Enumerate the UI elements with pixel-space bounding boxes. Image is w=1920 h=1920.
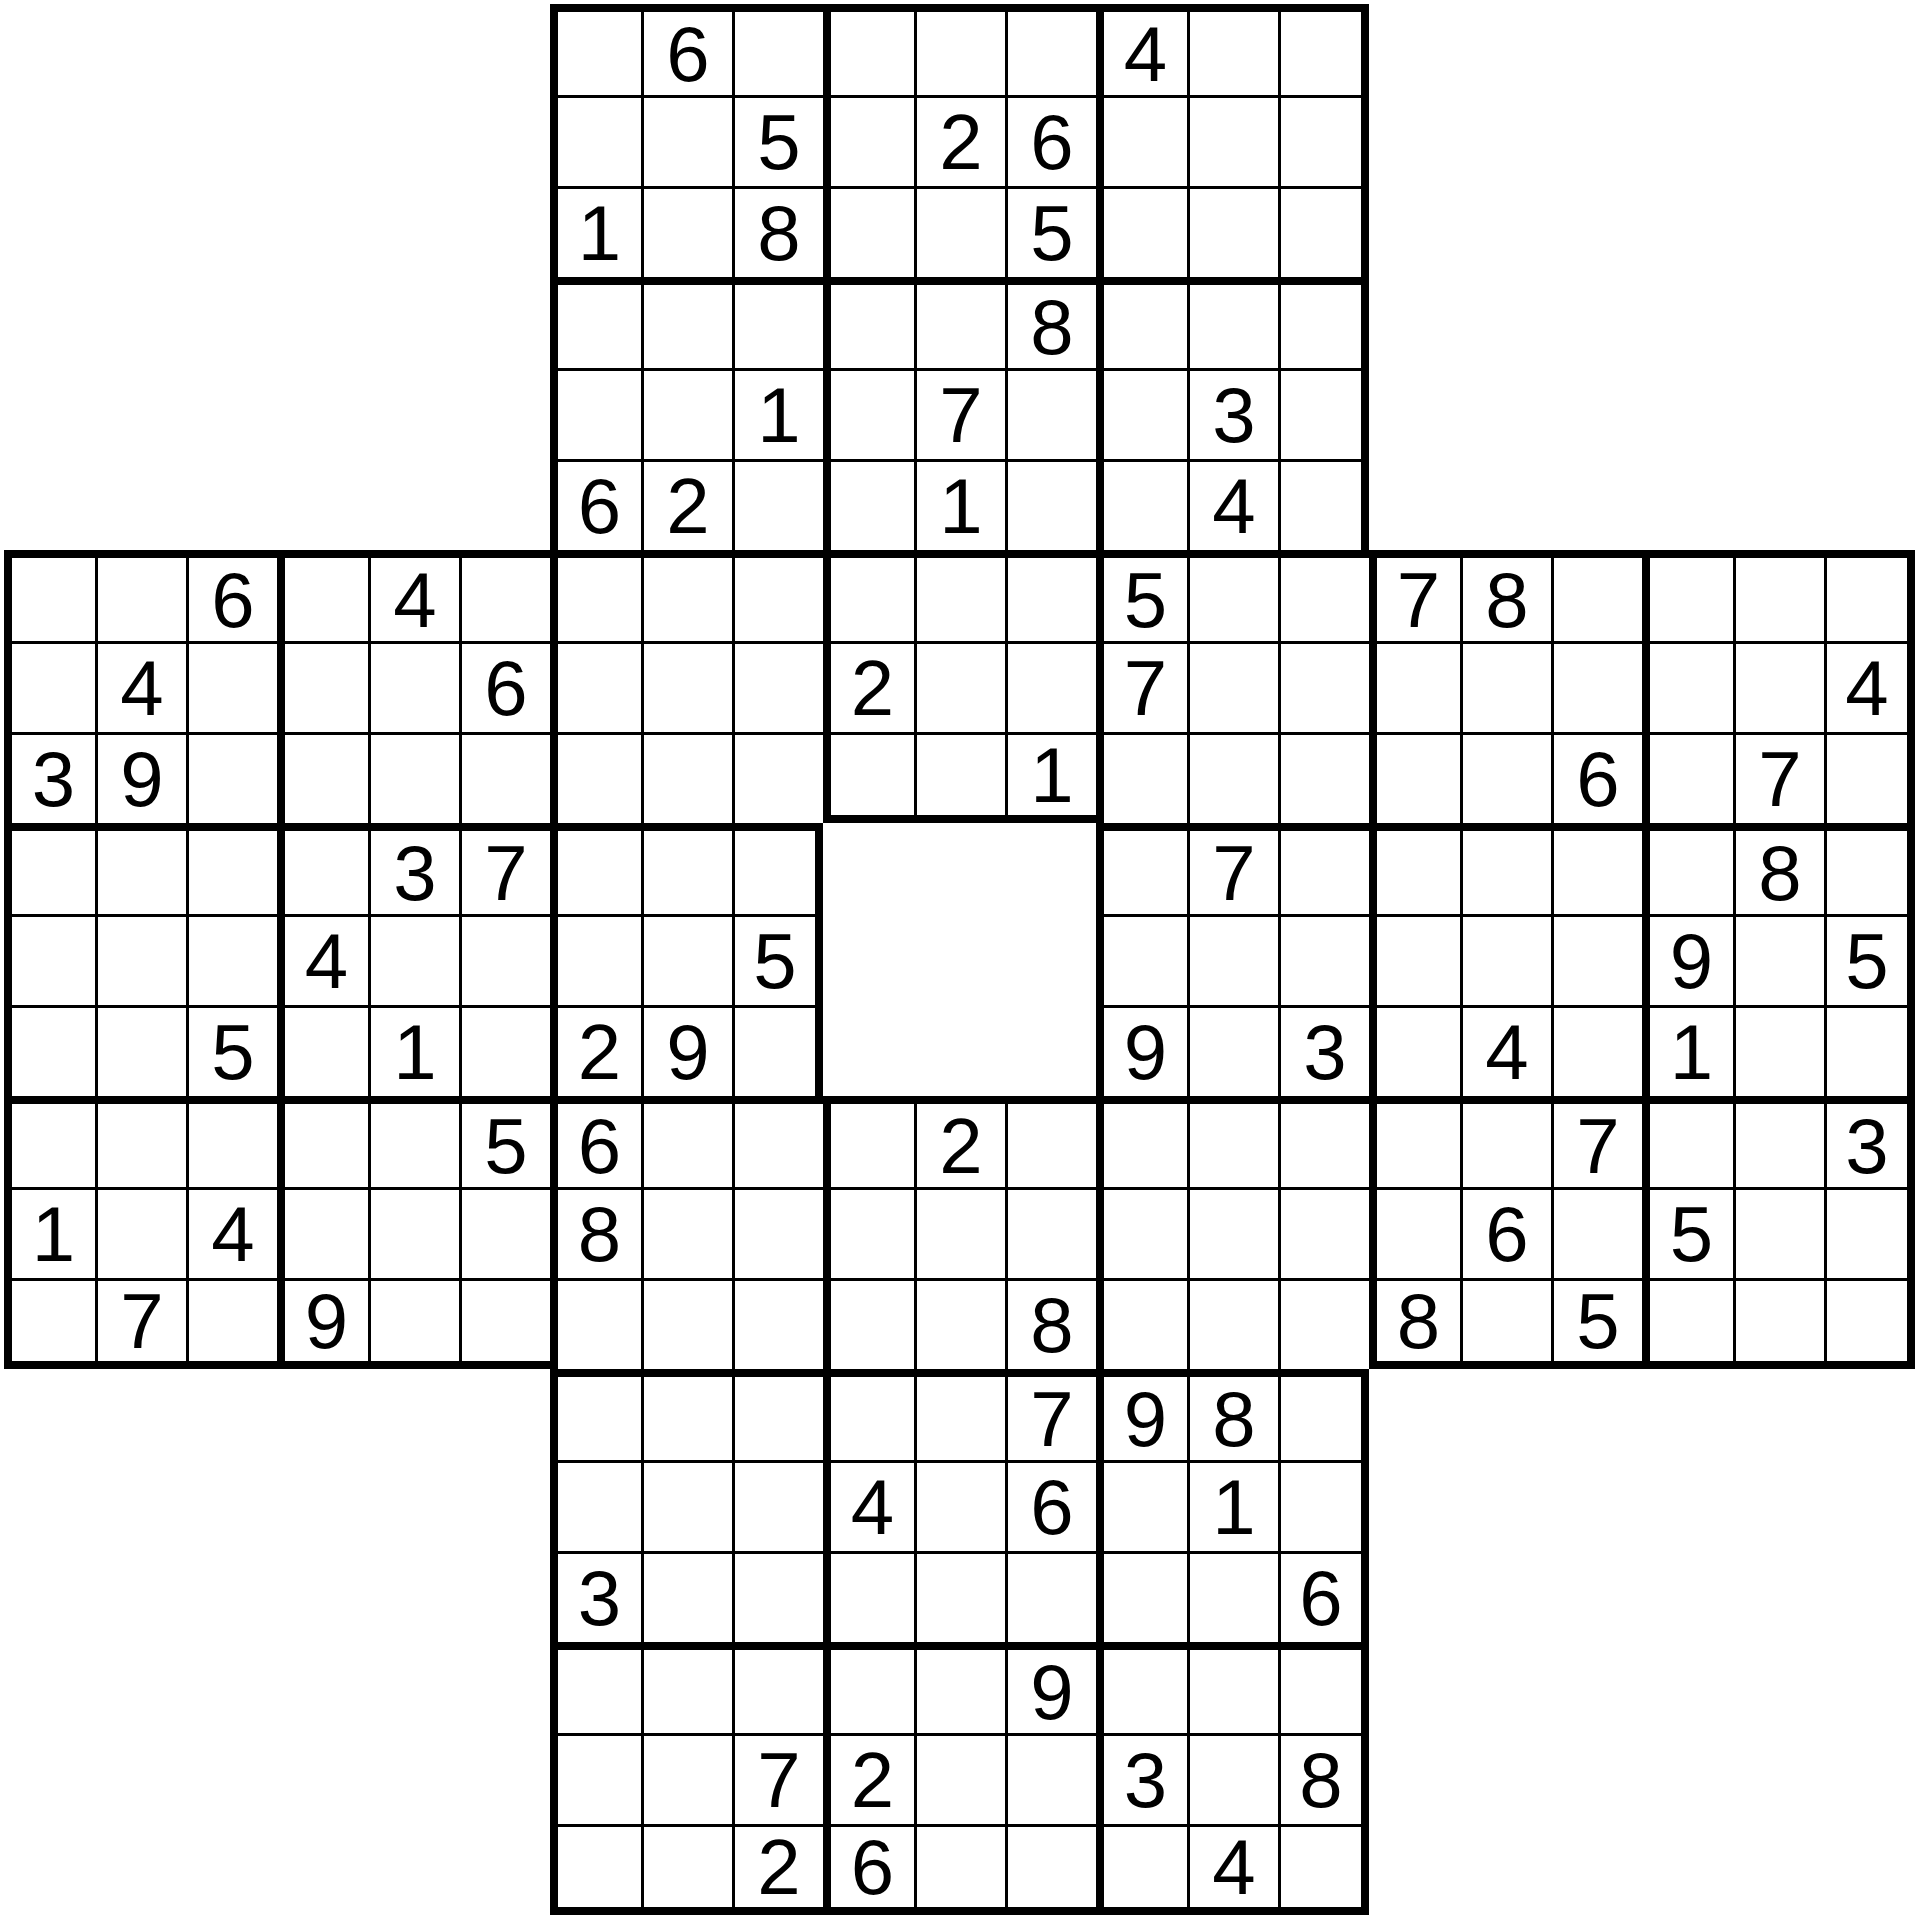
cell-r16c8[interactable] [641,1369,732,1460]
cell-r4c14[interactable] [1187,277,1278,368]
cell-r12c16[interactable] [1369,1005,1460,1096]
cell-r6c11[interactable]: 1 [914,459,1005,550]
cell-r18c10[interactable] [823,1551,914,1642]
cell-r3c12[interactable]: 5 [1005,186,1096,277]
cell-r14c19[interactable]: 5 [1642,1187,1733,1278]
cell-r3c10[interactable] [823,186,914,277]
cell-r7c2[interactable] [95,550,186,641]
cell-r15c3[interactable] [186,1278,277,1369]
cell-r1c10[interactable] [823,4,914,95]
cell-r10c21[interactable] [1824,823,1915,914]
cell-r14c2[interactable] [95,1187,186,1278]
cell-r1c11[interactable] [914,4,1005,95]
cell-r16c10[interactable] [823,1369,914,1460]
cell-r5c14[interactable]: 3 [1187,368,1278,459]
cell-r16c11[interactable] [914,1369,1005,1460]
cell-r16c15[interactable] [1278,1369,1369,1460]
cell-r6c8[interactable]: 2 [641,459,732,550]
cell-r15c7[interactable] [550,1278,641,1369]
cell-r15c2[interactable]: 7 [95,1278,186,1369]
cell-r9c16[interactable] [1369,732,1460,823]
sudoku-board: 6452618581736214645784627439167377845955… [4,4,1915,1915]
cell-r8c9[interactable] [732,641,823,732]
cell-r9c9[interactable] [732,732,823,823]
cell-r8c15[interactable] [1278,641,1369,732]
cell-r9c18[interactable]: 6 [1551,732,1642,823]
cell-r6c13[interactable] [1096,459,1187,550]
cell-r8c20[interactable] [1733,641,1824,732]
cell-r9c7[interactable] [550,732,641,823]
cell-r9c12[interactable]: 1 [1005,732,1096,823]
cell-r12c18[interactable] [1551,1005,1642,1096]
cell-r17c10[interactable]: 4 [823,1460,914,1551]
cell-r4c15[interactable] [1278,277,1369,368]
cell-r21c8[interactable] [641,1824,732,1915]
cell-r10c15[interactable] [1278,823,1369,914]
cell-r14c8[interactable] [641,1187,732,1278]
cell-r19c10[interactable] [823,1642,914,1733]
cell-r21c13[interactable] [1096,1824,1187,1915]
cell-r7c11[interactable] [914,550,1005,641]
cell-r18c11[interactable] [914,1551,1005,1642]
cell-r2c10[interactable] [823,95,914,186]
cell-r15c20[interactable] [1733,1278,1824,1369]
cell-r20c9[interactable]: 7 [732,1733,823,1824]
cell-r15c5[interactable] [368,1278,459,1369]
cell-r5c12[interactable] [1005,368,1096,459]
cell-r7c7[interactable] [550,550,641,641]
cell-r12c8[interactable]: 9 [641,1005,732,1096]
cell-r8c14[interactable] [1187,641,1278,732]
cell-r5c10[interactable] [823,368,914,459]
cell-r13c16[interactable] [1369,1096,1460,1187]
cell-r17c14[interactable]: 1 [1187,1460,1278,1551]
cell-r9c21[interactable] [1824,732,1915,823]
cell-r6c9[interactable] [732,459,823,550]
cell-r8c11[interactable] [914,641,1005,732]
cell-r20c11[interactable] [914,1733,1005,1824]
cell-r5c13[interactable] [1096,368,1187,459]
cell-r15c21[interactable] [1824,1278,1915,1369]
cell-r21c14[interactable]: 4 [1187,1824,1278,1915]
cell-r10c5[interactable]: 3 [368,823,459,914]
cell-r15c13[interactable] [1096,1278,1187,1369]
cell-r14c15[interactable] [1278,1187,1369,1278]
cell-r21c12[interactable] [1005,1824,1096,1915]
cell-r11c6[interactable] [459,914,550,1005]
cell-r21c7[interactable] [550,1824,641,1915]
cell-r18c15[interactable]: 6 [1278,1551,1369,1642]
cell-r2c13[interactable] [1096,95,1187,186]
cell-r2c14[interactable] [1187,95,1278,186]
cell-r15c11[interactable] [914,1278,1005,1369]
cell-r1c7[interactable] [550,4,641,95]
cell-r13c21[interactable]: 3 [1824,1096,1915,1187]
cell-r15c16[interactable]: 8 [1369,1278,1460,1369]
cell-r19c15[interactable] [1278,1642,1369,1733]
cell-r6c7[interactable]: 6 [550,459,641,550]
cell-r12c21[interactable] [1824,1005,1915,1096]
cell-r14c10[interactable] [823,1187,914,1278]
cell-r1c12[interactable] [1005,4,1096,95]
cell-r15c12[interactable]: 8 [1005,1278,1096,1369]
cell-r3c9[interactable]: 8 [732,186,823,277]
cell-r13c1[interactable] [4,1096,95,1187]
cell-r15c15[interactable] [1278,1278,1369,1369]
cell-r14c1[interactable]: 1 [4,1187,95,1278]
cell-r7c12[interactable] [1005,550,1096,641]
cell-r9c13[interactable] [1096,732,1187,823]
cell-r11c4[interactable]: 4 [277,914,368,1005]
cell-r3c13[interactable] [1096,186,1187,277]
cell-r12c1[interactable] [4,1005,95,1096]
cell-r17c11[interactable] [914,1460,1005,1551]
cell-r5c7[interactable] [550,368,641,459]
cell-r10c1[interactable] [4,823,95,914]
cell-r17c9[interactable] [732,1460,823,1551]
cell-r11c13[interactable] [1096,914,1187,1005]
cell-r8c4[interactable] [277,641,368,732]
cell-r12c13[interactable]: 9 [1096,1005,1187,1096]
cell-r19c11[interactable] [914,1642,1005,1733]
cell-r17c8[interactable] [641,1460,732,1551]
cell-r9c17[interactable] [1460,732,1551,823]
cell-r10c4[interactable] [277,823,368,914]
cell-r8c13[interactable]: 7 [1096,641,1187,732]
cell-r11c18[interactable] [1551,914,1642,1005]
cell-r11c17[interactable] [1460,914,1551,1005]
cell-r20c10[interactable]: 2 [823,1733,914,1824]
cell-r12c20[interactable] [1733,1005,1824,1096]
cell-r11c5[interactable] [368,914,459,1005]
cell-r11c21[interactable]: 5 [1824,914,1915,1005]
cell-r3c15[interactable] [1278,186,1369,277]
cell-r12c3[interactable]: 5 [186,1005,277,1096]
cell-r3c14[interactable] [1187,186,1278,277]
cell-r15c6[interactable] [459,1278,550,1369]
cell-r11c16[interactable] [1369,914,1460,1005]
cell-r9c10[interactable] [823,732,914,823]
cell-r14c17[interactable]: 6 [1460,1187,1551,1278]
cell-r20c8[interactable] [641,1733,732,1824]
cell-r7c4[interactable] [277,550,368,641]
cell-r9c2[interactable]: 9 [95,732,186,823]
cell-r9c15[interactable] [1278,732,1369,823]
cell-r15c18[interactable]: 5 [1551,1278,1642,1369]
cell-r11c1[interactable] [4,914,95,1005]
cell-r20c15[interactable]: 8 [1278,1733,1369,1824]
cell-r7c10[interactable] [823,550,914,641]
cell-r19c13[interactable] [1096,1642,1187,1733]
cell-r4c7[interactable] [550,277,641,368]
cell-r12c17[interactable]: 4 [1460,1005,1551,1096]
cell-r8c18[interactable] [1551,641,1642,732]
cell-r11c15[interactable] [1278,914,1369,1005]
cell-r13c18[interactable]: 7 [1551,1096,1642,1187]
cell-r9c14[interactable] [1187,732,1278,823]
cell-r7c1[interactable] [4,550,95,641]
cell-r9c19[interactable] [1642,732,1733,823]
cell-r15c8[interactable] [641,1278,732,1369]
cell-r8c6[interactable]: 6 [459,641,550,732]
cell-r10c16[interactable] [1369,823,1460,914]
cell-r18c8[interactable] [641,1551,732,1642]
cell-r15c10[interactable] [823,1278,914,1369]
cell-r14c7[interactable]: 8 [550,1187,641,1278]
cell-r13c17[interactable] [1460,1096,1551,1187]
cell-r16c14[interactable]: 8 [1187,1369,1278,1460]
cell-r13c19[interactable] [1642,1096,1733,1187]
cell-r15c14[interactable] [1187,1278,1278,1369]
cell-r6c10[interactable] [823,459,914,550]
cell-r18c7[interactable]: 3 [550,1551,641,1642]
cell-r11c19[interactable]: 9 [1642,914,1733,1005]
cell-r17c15[interactable] [1278,1460,1369,1551]
cell-r13c12[interactable] [1005,1096,1096,1187]
cell-r14c3[interactable]: 4 [186,1187,277,1278]
cell-r5c8[interactable] [641,368,732,459]
cell-r13c4[interactable] [277,1096,368,1187]
cell-r10c8[interactable] [641,823,732,914]
cell-r6c14[interactable]: 4 [1187,459,1278,550]
cell-r20c12[interactable] [1005,1733,1096,1824]
cell-r9c6[interactable] [459,732,550,823]
cell-r11c9[interactable]: 5 [732,914,823,1005]
cell-r10c18[interactable] [1551,823,1642,914]
cell-r6c15[interactable] [1278,459,1369,550]
cell-r3c11[interactable] [914,186,1005,277]
cell-r10c14[interactable]: 7 [1187,823,1278,914]
cell-r15c17[interactable] [1460,1278,1551,1369]
page: { "game": "sudoku - samurai gattai-4 (so… [0,0,1920,1920]
cell-r21c9[interactable]: 2 [732,1824,823,1915]
cell-r7c6[interactable] [459,550,550,641]
cell-r14c13[interactable] [1096,1187,1187,1278]
cell-r9c11[interactable] [914,732,1005,823]
cell-r7c20[interactable] [1733,550,1824,641]
cell-r8c16[interactable] [1369,641,1460,732]
cell-r12c2[interactable] [95,1005,186,1096]
cell-r9c4[interactable] [277,732,368,823]
cell-r16c9[interactable] [732,1369,823,1460]
cell-r10c2[interactable] [95,823,186,914]
cell-r2c11[interactable]: 2 [914,95,1005,186]
cell-r14c14[interactable] [1187,1187,1278,1278]
cell-r14c6[interactable] [459,1187,550,1278]
cell-r12c4[interactable] [277,1005,368,1096]
cell-r13c6[interactable]: 5 [459,1096,550,1187]
cell-r9c1[interactable]: 3 [4,732,95,823]
cell-r11c14[interactable] [1187,914,1278,1005]
cell-r4c12[interactable]: 8 [1005,277,1096,368]
cell-r19c9[interactable] [732,1642,823,1733]
cell-r11c3[interactable] [186,914,277,1005]
cell-r13c14[interactable] [1187,1096,1278,1187]
cell-r5c15[interactable] [1278,368,1369,459]
cell-r5c11[interactable]: 7 [914,368,1005,459]
cell-r14c4[interactable] [277,1187,368,1278]
cell-r1c8[interactable]: 6 [641,4,732,95]
cell-r10c13[interactable] [1096,823,1187,914]
cell-r14c12[interactable] [1005,1187,1096,1278]
cell-r7c13[interactable]: 5 [1096,550,1187,641]
cell-r13c8[interactable] [641,1096,732,1187]
cell-r18c13[interactable] [1096,1551,1187,1642]
cell-r1c13[interactable]: 4 [1096,4,1187,95]
cell-r1c9[interactable] [732,4,823,95]
cell-r9c5[interactable] [368,732,459,823]
cell-r1c15[interactable] [1278,4,1369,95]
cell-r4c13[interactable] [1096,277,1187,368]
cell-r8c17[interactable] [1460,641,1551,732]
cell-r7c18[interactable] [1551,550,1642,641]
cell-r12c15[interactable]: 3 [1278,1005,1369,1096]
cell-r10c7[interactable] [550,823,641,914]
cell-r11c20[interactable] [1733,914,1824,1005]
cell-r17c13[interactable] [1096,1460,1187,1551]
cell-r13c20[interactable] [1733,1096,1824,1187]
cell-r7c19[interactable] [1642,550,1733,641]
cell-r9c8[interactable] [641,732,732,823]
cell-r8c2[interactable]: 4 [95,641,186,732]
cell-r21c11[interactable] [914,1824,1005,1915]
cell-r21c15[interactable] [1278,1824,1369,1915]
cell-r8c12[interactable] [1005,641,1096,732]
cell-r12c9[interactable] [732,1005,823,1096]
cell-r2c15[interactable] [1278,95,1369,186]
cell-r13c5[interactable] [368,1096,459,1187]
cell-r19c14[interactable] [1187,1642,1278,1733]
cell-r20c7[interactable] [550,1733,641,1824]
cell-r10c9[interactable] [732,823,823,914]
cell-r7c21[interactable] [1824,550,1915,641]
cell-r13c11[interactable]: 2 [914,1096,1005,1187]
cell-r15c1[interactable] [4,1278,95,1369]
cell-r10c3[interactable] [186,823,277,914]
cell-r10c6[interactable]: 7 [459,823,550,914]
cell-r8c1[interactable] [4,641,95,732]
cell-r7c17[interactable]: 8 [1460,550,1551,641]
cell-r15c9[interactable] [732,1278,823,1369]
cell-r3c7[interactable]: 1 [550,186,641,277]
cell-r12c6[interactable] [459,1005,550,1096]
cell-r18c9[interactable] [732,1551,823,1642]
cell-r2c12[interactable]: 6 [1005,95,1096,186]
cell-r7c16[interactable]: 7 [1369,550,1460,641]
cell-r13c13[interactable] [1096,1096,1187,1187]
cell-r4c8[interactable] [641,277,732,368]
cell-r5c9[interactable]: 1 [732,368,823,459]
cell-r4c10[interactable] [823,277,914,368]
cell-r7c5[interactable]: 4 [368,550,459,641]
cell-r8c7[interactable] [550,641,641,732]
cell-r19c12[interactable]: 9 [1005,1642,1096,1733]
cell-r10c20[interactable]: 8 [1733,823,1824,914]
cell-r13c2[interactable] [95,1096,186,1187]
cell-r14c16[interactable] [1369,1187,1460,1278]
cell-r3c8[interactable] [641,186,732,277]
cell-r16c12[interactable]: 7 [1005,1369,1096,1460]
cell-r8c10[interactable]: 2 [823,641,914,732]
cell-r13c15[interactable] [1278,1096,1369,1187]
cell-r14c9[interactable] [732,1187,823,1278]
cell-r12c19[interactable]: 1 [1642,1005,1733,1096]
cell-r15c4[interactable]: 9 [277,1278,368,1369]
cell-r11c8[interactable] [641,914,732,1005]
cell-r19c7[interactable] [550,1642,641,1733]
cell-r16c13[interactable]: 9 [1096,1369,1187,1460]
cell-r10c19[interactable] [1642,823,1733,914]
cell-r7c14[interactable] [1187,550,1278,641]
cell-r11c7[interactable] [550,914,641,1005]
cell-r18c12[interactable] [1005,1551,1096,1642]
cell-r10c17[interactable] [1460,823,1551,914]
cell-r8c5[interactable] [368,641,459,732]
cell-r8c19[interactable] [1642,641,1733,732]
cell-r2c8[interactable] [641,95,732,186]
cell-r9c20[interactable]: 7 [1733,732,1824,823]
cell-r8c3[interactable] [186,641,277,732]
cell-r16c7[interactable] [550,1369,641,1460]
cell-r18c14[interactable] [1187,1551,1278,1642]
cell-r20c13[interactable]: 3 [1096,1733,1187,1824]
cell-r7c8[interactable] [641,550,732,641]
cell-r4c9[interactable] [732,277,823,368]
cell-r21c10[interactable]: 6 [823,1824,914,1915]
cell-r12c5[interactable]: 1 [368,1005,459,1096]
cell-r14c20[interactable] [1733,1187,1824,1278]
cell-r12c7[interactable]: 2 [550,1005,641,1096]
cell-r4c11[interactable] [914,277,1005,368]
cell-r19c8[interactable] [641,1642,732,1733]
cell-r14c5[interactable] [368,1187,459,1278]
cell-r15c19[interactable] [1642,1278,1733,1369]
cell-r2c7[interactable] [550,95,641,186]
cell-r7c15[interactable] [1278,550,1369,641]
cell-r14c18[interactable] [1551,1187,1642,1278]
cell-r14c21[interactable] [1824,1187,1915,1278]
cell-r13c3[interactable] [186,1096,277,1187]
cell-r9c3[interactable] [186,732,277,823]
cell-r13c10[interactable] [823,1096,914,1187]
cell-r8c8[interactable] [641,641,732,732]
cell-r13c9[interactable] [732,1096,823,1187]
cell-r8c21[interactable]: 4 [1824,641,1915,732]
cell-r7c3[interactable]: 6 [186,550,277,641]
cell-r14c11[interactable] [914,1187,1005,1278]
cell-r11c2[interactable] [95,914,186,1005]
cell-r20c14[interactable] [1187,1733,1278,1824]
cell-r6c12[interactable] [1005,459,1096,550]
cell-r1c14[interactable] [1187,4,1278,95]
cell-r17c7[interactable] [550,1460,641,1551]
cell-r2c9[interactable]: 5 [732,95,823,186]
cell-r17c12[interactable]: 6 [1005,1460,1096,1551]
cell-r7c9[interactable] [732,550,823,641]
cell-r13c7[interactable]: 6 [550,1096,641,1187]
cell-r12c14[interactable] [1187,1005,1278,1096]
